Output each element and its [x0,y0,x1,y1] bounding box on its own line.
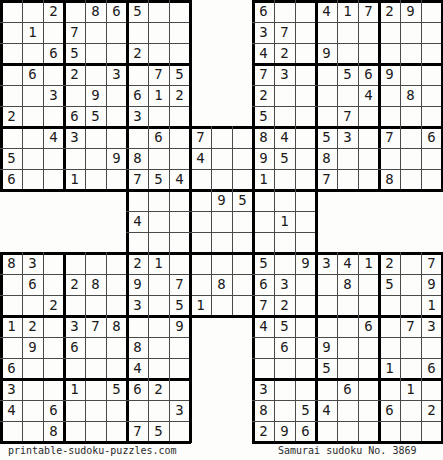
sudoku-cell[interactable] [127,22,148,43]
sudoku-cell[interactable]: 7 [253,295,274,316]
sudoku-cell[interactable] [148,211,169,232]
sudoku-cell[interactable] [232,169,253,190]
sudoku-cell[interactable]: 5 [85,106,106,127]
sudoku-cell[interactable] [316,85,337,106]
sudoku-cell[interactable]: 8 [316,148,337,169]
sudoku-cell[interactable]: 1 [22,22,43,43]
sudoku-cell[interactable] [169,127,190,148]
sudoku-cell[interactable]: 7 [169,274,190,295]
sudoku-cell[interactable] [253,211,274,232]
sudoku-cell[interactable]: 1 [400,379,421,400]
sudoku-cell[interactable]: 3 [1,379,22,400]
sudoku-cell[interactable]: 5 [64,43,85,64]
sudoku-cell[interactable]: 6 [127,379,148,400]
sudoku-cell[interactable] [43,379,64,400]
sudoku-cell[interactable] [274,1,295,22]
sudoku-cell[interactable] [85,379,106,400]
sudoku-cell[interactable] [274,400,295,421]
sudoku-cell[interactable]: 2 [127,253,148,274]
sudoku-cell[interactable] [85,358,106,379]
sudoku-cell[interactable]: 7 [253,64,274,85]
sudoku-cell[interactable]: 8 [127,148,148,169]
sudoku-cell[interactable] [295,64,316,85]
sudoku-cell[interactable]: 6 [1,358,22,379]
sudoku-cell[interactable]: 8 [379,169,400,190]
sudoku-cell[interactable]: 9 [253,148,274,169]
sudoku-cell[interactable] [253,358,274,379]
sudoku-cell[interactable] [295,43,316,64]
sudoku-cell[interactable] [43,22,64,43]
sudoku-cell[interactable] [190,211,211,232]
sudoku-cell[interactable] [211,295,232,316]
sudoku-cell[interactable] [337,43,358,64]
sudoku-cell[interactable]: 2 [127,43,148,64]
sudoku-cell[interactable]: 6 [64,337,85,358]
sudoku-cell[interactable] [379,43,400,64]
sudoku-cell[interactable]: 1 [379,358,400,379]
sudoku-cell[interactable]: 2 [379,253,400,274]
sudoku-cell[interactable]: 9 [316,337,337,358]
sudoku-cell[interactable]: 5 [127,1,148,22]
sudoku-cell[interactable] [106,85,127,106]
sudoku-cell[interactable]: 3 [316,253,337,274]
sudoku-cell[interactable]: 4 [358,85,379,106]
sudoku-cell[interactable] [106,358,127,379]
sudoku-cell[interactable] [379,85,400,106]
sudoku-cell[interactable] [316,421,337,442]
sudoku-cell[interactable] [295,148,316,169]
sudoku-cell[interactable]: 1 [1,316,22,337]
sudoku-cell[interactable]: 8 [337,274,358,295]
sudoku-cell[interactable] [106,253,127,274]
sudoku-cell[interactable] [1,43,22,64]
sudoku-cell[interactable] [295,22,316,43]
sudoku-cell[interactable]: 4 [253,43,274,64]
sudoku-cell[interactable]: 9 [127,274,148,295]
sudoku-cell[interactable]: 4 [337,253,358,274]
sudoku-cell[interactable] [64,400,85,421]
sudoku-cell[interactable]: 5 [169,295,190,316]
sudoku-cell[interactable] [148,148,169,169]
sudoku-cell[interactable] [358,127,379,148]
sudoku-cell[interactable] [274,85,295,106]
sudoku-cell[interactable]: 7 [64,22,85,43]
sudoku-cell[interactable] [22,85,43,106]
sudoku-cell[interactable] [421,22,442,43]
sudoku-cell[interactable]: 6 [358,316,379,337]
sudoku-cell[interactable] [337,169,358,190]
sudoku-cell[interactable] [43,148,64,169]
sudoku-cell[interactable] [400,253,421,274]
sudoku-cell[interactable]: 2 [43,295,64,316]
sudoku-cell[interactable]: 5 [148,169,169,190]
sudoku-cell[interactable] [190,274,211,295]
sudoku-cell[interactable] [316,22,337,43]
sudoku-cell[interactable] [169,1,190,22]
sudoku-cell[interactable]: 1 [421,295,442,316]
sudoku-cell[interactable]: 6 [22,274,43,295]
sudoku-cell[interactable] [274,106,295,127]
sudoku-cell[interactable]: 8 [43,421,64,442]
sudoku-cell[interactable] [43,64,64,85]
sudoku-cell[interactable]: 1 [274,211,295,232]
sudoku-cell[interactable] [232,253,253,274]
sudoku-cell[interactable] [169,190,190,211]
sudoku-cell[interactable]: 6 [274,337,295,358]
sudoku-cell[interactable] [232,274,253,295]
sudoku-cell[interactable] [106,295,127,316]
sudoku-cell[interactable] [148,106,169,127]
sudoku-cell[interactable] [190,232,211,253]
sudoku-cell[interactable] [127,190,148,211]
sudoku-cell[interactable] [169,22,190,43]
sudoku-cell[interactable] [169,421,190,442]
sudoku-cell[interactable] [64,1,85,22]
sudoku-cell[interactable] [22,358,43,379]
sudoku-cell[interactable]: 5 [316,358,337,379]
sudoku-cell[interactable] [295,169,316,190]
sudoku-cell[interactable]: 3 [274,274,295,295]
sudoku-cell[interactable] [106,169,127,190]
sudoku-cell[interactable]: 8 [253,127,274,148]
sudoku-cell[interactable] [106,421,127,442]
sudoku-cell[interactable] [106,400,127,421]
sudoku-cell[interactable] [1,64,22,85]
sudoku-cell[interactable] [43,337,64,358]
sudoku-cell[interactable] [274,358,295,379]
sudoku-cell[interactable]: 7 [190,127,211,148]
sudoku-cell[interactable] [232,148,253,169]
sudoku-cell[interactable] [85,169,106,190]
sudoku-cell[interactable]: 1 [190,295,211,316]
sudoku-cell[interactable] [148,316,169,337]
sudoku-cell[interactable] [148,43,169,64]
sudoku-cell[interactable] [1,85,22,106]
sudoku-cell[interactable]: 3 [22,253,43,274]
sudoku-cell[interactable]: 3 [337,127,358,148]
sudoku-cell[interactable]: 3 [64,316,85,337]
sudoku-cell[interactable] [337,22,358,43]
sudoku-cell[interactable]: 3 [127,106,148,127]
sudoku-cell[interactable] [421,169,442,190]
sudoku-cell[interactable] [421,148,442,169]
sudoku-cell[interactable]: 7 [127,169,148,190]
sudoku-cell[interactable] [421,43,442,64]
sudoku-cell[interactable] [358,400,379,421]
sudoku-cell[interactable] [1,1,22,22]
sudoku-cell[interactable] [295,1,316,22]
sudoku-cell[interactable] [43,316,64,337]
sudoku-cell[interactable] [169,358,190,379]
sudoku-cell[interactable]: 8 [85,274,106,295]
sudoku-cell[interactable]: 5 [169,64,190,85]
sudoku-cell[interactable] [190,169,211,190]
sudoku-cell[interactable] [400,337,421,358]
sudoku-cell[interactable]: 2 [148,379,169,400]
sudoku-cell[interactable]: 3 [421,316,442,337]
sudoku-cell[interactable] [85,127,106,148]
sudoku-cell[interactable]: 8 [85,1,106,22]
sudoku-cell[interactable]: 6 [253,1,274,22]
sudoku-cell[interactable]: 9 [316,43,337,64]
sudoku-cell[interactable] [295,358,316,379]
sudoku-cell[interactable]: 4 [316,400,337,421]
sudoku-cell[interactable] [316,274,337,295]
sudoku-cell[interactable] [337,316,358,337]
sudoku-cell[interactable] [274,379,295,400]
sudoku-cell[interactable] [400,148,421,169]
sudoku-cell[interactable] [400,400,421,421]
sudoku-cell[interactable] [127,127,148,148]
sudoku-cell[interactable]: 6 [295,421,316,442]
sudoku-cell[interactable]: 2 [253,85,274,106]
sudoku-cell[interactable] [22,1,43,22]
sudoku-cell[interactable] [316,379,337,400]
sudoku-cell[interactable] [22,148,43,169]
sudoku-cell[interactable]: 9 [295,253,316,274]
sudoku-cell[interactable] [358,22,379,43]
sudoku-cell[interactable]: 4 [190,148,211,169]
sudoku-cell[interactable]: 9 [421,274,442,295]
sudoku-cell[interactable] [148,274,169,295]
sudoku-cell[interactable] [337,85,358,106]
sudoku-cell[interactable] [1,127,22,148]
sudoku-cell[interactable]: 2 [169,85,190,106]
sudoku-cell[interactable] [400,274,421,295]
sudoku-cell[interactable] [295,295,316,316]
sudoku-cell[interactable] [64,421,85,442]
sudoku-cell[interactable]: 7 [421,253,442,274]
sudoku-cell[interactable]: 5 [274,316,295,337]
sudoku-cell[interactable] [295,190,316,211]
sudoku-cell[interactable]: 2 [64,64,85,85]
sudoku-cell[interactable] [64,85,85,106]
sudoku-cell[interactable] [106,337,127,358]
sudoku-cell[interactable] [106,106,127,127]
sudoku-cell[interactable] [337,358,358,379]
sudoku-cell[interactable]: 4 [316,1,337,22]
sudoku-cell[interactable] [400,64,421,85]
sudoku-cell[interactable]: 7 [337,106,358,127]
sudoku-cell[interactable] [43,358,64,379]
sudoku-cell[interactable] [379,148,400,169]
sudoku-cell[interactable] [148,295,169,316]
sudoku-cell[interactable]: 7 [379,127,400,148]
sudoku-cell[interactable]: 4 [43,127,64,148]
sudoku-cell[interactable]: 5 [253,253,274,274]
sudoku-cell[interactable]: 5 [316,127,337,148]
sudoku-cell[interactable] [253,337,274,358]
sudoku-cell[interactable]: 6 [421,127,442,148]
sudoku-cell[interactable] [1,421,22,442]
sudoku-cell[interactable]: 3 [127,295,148,316]
sudoku-cell[interactable]: 6 [43,43,64,64]
sudoku-cell[interactable]: 7 [400,316,421,337]
sudoku-cell[interactable]: 3 [106,64,127,85]
sudoku-cell[interactable]: 6 [379,400,400,421]
sudoku-cell[interactable] [85,43,106,64]
sudoku-cell[interactable] [85,421,106,442]
sudoku-cell[interactable] [379,22,400,43]
sudoku-cell[interactable] [148,22,169,43]
sudoku-cell[interactable]: 4 [127,358,148,379]
sudoku-cell[interactable]: 5 [295,400,316,421]
sudoku-cell[interactable] [337,295,358,316]
sudoku-cell[interactable]: 2 [1,106,22,127]
sudoku-cell[interactable] [295,106,316,127]
sudoku-cell[interactable] [148,337,169,358]
sudoku-cell[interactable]: 8 [106,316,127,337]
sudoku-cell[interactable] [127,316,148,337]
sudoku-cell[interactable]: 6 [148,127,169,148]
sudoku-cell[interactable]: 6 [337,379,358,400]
sudoku-cell[interactable]: 4 [274,127,295,148]
sudoku-cell[interactable] [148,358,169,379]
sudoku-cell[interactable]: 7 [316,169,337,190]
sudoku-cell[interactable] [295,232,316,253]
sudoku-cell[interactable] [169,106,190,127]
sudoku-cell[interactable]: 9 [274,421,295,442]
sudoku-cell[interactable] [22,400,43,421]
sudoku-cell[interactable]: 6 [43,400,64,421]
sudoku-cell[interactable]: 9 [22,337,43,358]
sudoku-cell[interactable]: 5 [253,106,274,127]
sudoku-cell[interactable] [232,211,253,232]
sudoku-cell[interactable]: 4 [127,211,148,232]
sudoku-cell[interactable] [274,232,295,253]
sudoku-cell[interactable] [127,64,148,85]
sudoku-cell[interactable] [421,379,442,400]
sudoku-cell[interactable] [316,64,337,85]
sudoku-cell[interactable] [190,190,211,211]
sudoku-cell[interactable] [379,295,400,316]
sudoku-cell[interactable] [421,64,442,85]
sudoku-cell[interactable] [358,295,379,316]
sudoku-cell[interactable] [232,127,253,148]
sudoku-cell[interactable]: 2 [43,1,64,22]
sudoku-cell[interactable] [253,232,274,253]
sudoku-cell[interactable] [1,274,22,295]
sudoku-cell[interactable]: 6 [127,85,148,106]
sudoku-cell[interactable] [421,1,442,22]
sudoku-cell[interactable] [358,148,379,169]
sudoku-cell[interactable] [1,295,22,316]
sudoku-cell[interactable] [400,358,421,379]
sudoku-cell[interactable]: 7 [85,316,106,337]
sudoku-cell[interactable]: 8 [1,253,22,274]
sudoku-cell[interactable] [22,127,43,148]
sudoku-cell[interactable] [22,106,43,127]
sudoku-cell[interactable] [169,211,190,232]
sudoku-cell[interactable] [169,148,190,169]
sudoku-cell[interactable]: 9 [379,64,400,85]
sudoku-cell[interactable]: 6 [106,1,127,22]
sudoku-cell[interactable] [43,169,64,190]
sudoku-cell[interactable] [85,253,106,274]
sudoku-cell[interactable] [1,337,22,358]
sudoku-cell[interactable]: 7 [148,64,169,85]
sudoku-cell[interactable] [148,232,169,253]
sudoku-cell[interactable] [43,274,64,295]
sudoku-cell[interactable] [316,316,337,337]
sudoku-cell[interactable]: 1 [337,1,358,22]
sudoku-cell[interactable] [337,400,358,421]
sudoku-cell[interactable]: 7 [127,421,148,442]
sudoku-cell[interactable] [148,400,169,421]
sudoku-cell[interactable] [106,274,127,295]
sudoku-cell[interactable] [400,127,421,148]
sudoku-cell[interactable] [421,85,442,106]
sudoku-cell[interactable]: 1 [148,253,169,274]
sudoku-cell[interactable] [22,379,43,400]
sudoku-cell[interactable]: 9 [169,316,190,337]
sudoku-cell[interactable]: 3 [64,127,85,148]
sudoku-cell[interactable]: 8 [253,400,274,421]
sudoku-cell[interactable]: 5 [232,190,253,211]
sudoku-cell[interactable] [316,106,337,127]
sudoku-cell[interactable] [295,85,316,106]
sudoku-cell[interactable] [85,337,106,358]
sudoku-cell[interactable] [253,190,274,211]
sudoku-cell[interactable]: 5 [106,379,127,400]
sudoku-cell[interactable]: 2 [253,421,274,442]
sudoku-cell[interactable] [358,169,379,190]
sudoku-cell[interactable] [232,232,253,253]
sudoku-cell[interactable] [22,43,43,64]
sudoku-cell[interactable] [379,421,400,442]
sudoku-cell[interactable] [400,295,421,316]
sudoku-cell[interactable] [211,232,232,253]
sudoku-cell[interactable]: 4 [1,400,22,421]
sudoku-cell[interactable] [64,295,85,316]
sudoku-cell[interactable]: 2 [274,43,295,64]
sudoku-cell[interactable] [295,127,316,148]
sudoku-cell[interactable] [169,379,190,400]
sudoku-cell[interactable] [148,190,169,211]
sudoku-cell[interactable] [106,43,127,64]
sudoku-cell[interactable] [169,253,190,274]
sudoku-cell[interactable]: 1 [148,85,169,106]
sudoku-cell[interactable]: 5 [1,148,22,169]
sudoku-cell[interactable] [43,253,64,274]
sudoku-cell[interactable]: 2 [379,1,400,22]
sudoku-cell[interactable] [295,211,316,232]
sudoku-cell[interactable] [358,43,379,64]
sudoku-cell[interactable]: 8 [211,274,232,295]
sudoku-cell[interactable] [379,337,400,358]
sudoku-cell[interactable]: 6 [64,106,85,127]
sudoku-cell[interactable] [400,22,421,43]
sudoku-cell[interactable] [211,127,232,148]
sudoku-cell[interactable] [169,43,190,64]
sudoku-cell[interactable] [85,295,106,316]
sudoku-cell[interactable] [64,253,85,274]
sudoku-cell[interactable]: 5 [379,274,400,295]
sudoku-cell[interactable]: 2 [274,295,295,316]
sudoku-cell[interactable]: 7 [274,22,295,43]
sudoku-cell[interactable] [400,43,421,64]
sudoku-cell[interactable] [211,211,232,232]
sudoku-cell[interactable] [148,1,169,22]
sudoku-cell[interactable] [22,295,43,316]
sudoku-cell[interactable] [232,295,253,316]
sudoku-cell[interactable]: 5 [337,64,358,85]
sudoku-cell[interactable] [274,190,295,211]
sudoku-cell[interactable]: 6 [358,64,379,85]
sudoku-cell[interactable] [337,148,358,169]
sudoku-cell[interactable] [1,22,22,43]
sudoku-cell[interactable] [22,169,43,190]
